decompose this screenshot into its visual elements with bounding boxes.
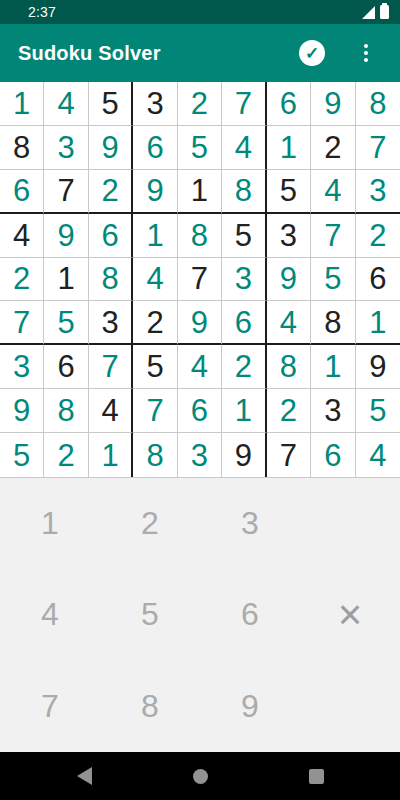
status-bar: 2:37 — [0, 0, 400, 24]
cell-r1c2[interactable]: 4 — [44, 82, 88, 126]
key-2[interactable]: 2 — [100, 478, 200, 569]
cell-r1c6[interactable]: 7 — [222, 82, 266, 126]
cell-r9c2[interactable]: 2 — [44, 433, 88, 477]
sudoku-board: 1453276988396541276729185434961853722184… — [0, 82, 400, 478]
cell-r1c1[interactable]: 1 — [0, 82, 44, 126]
recents-button[interactable] — [306, 766, 326, 786]
cell-r4c6[interactable]: 5 — [222, 214, 266, 258]
cell-r1c7[interactable]: 6 — [267, 82, 311, 126]
cell-r4c7[interactable]: 3 — [267, 214, 311, 258]
cell-r8c9[interactable]: 5 — [356, 389, 400, 433]
cell-r5c6[interactable]: 3 — [222, 258, 266, 302]
cell-r7c8[interactable]: 1 — [311, 345, 355, 389]
app-bar: Sudoku Solver ✓ — [0, 24, 400, 82]
cell-r1c9[interactable]: 8 — [356, 82, 400, 126]
cell-r6c8[interactable]: 8 — [311, 301, 355, 345]
cell-r7c6[interactable]: 2 — [222, 345, 266, 389]
cell-r4c2[interactable]: 9 — [44, 214, 88, 258]
cell-r3c1[interactable]: 6 — [0, 170, 44, 214]
cell-r3c8[interactable]: 4 — [311, 170, 355, 214]
cell-r3c4[interactable]: 9 — [133, 170, 177, 214]
cell-r9c1[interactable]: 5 — [0, 433, 44, 477]
cell-r2c2[interactable]: 3 — [44, 126, 88, 170]
overflow-menu-button[interactable] — [346, 33, 386, 73]
cell-r6c2[interactable]: 5 — [44, 301, 88, 345]
cell-r9c9[interactable]: 4 — [356, 433, 400, 477]
cell-r6c4[interactable]: 2 — [133, 301, 177, 345]
back-icon — [77, 767, 92, 785]
cell-r8c7[interactable]: 2 — [267, 389, 311, 433]
keypad-spacer — [300, 661, 400, 752]
cell-r8c4[interactable]: 7 — [133, 389, 177, 433]
home-icon — [193, 769, 208, 784]
cell-r5c1[interactable]: 2 — [0, 258, 44, 302]
key-5[interactable]: 5 — [100, 569, 200, 660]
cell-r5c2[interactable]: 1 — [44, 258, 88, 302]
cell-r3c9[interactable]: 3 — [356, 170, 400, 214]
cell-r2c5[interactable]: 5 — [178, 126, 222, 170]
cell-r6c7[interactable]: 4 — [267, 301, 311, 345]
home-button[interactable] — [190, 766, 210, 786]
app-bar-actions: ✓ — [292, 33, 386, 73]
status-icons — [362, 5, 389, 19]
cell-r9c3[interactable]: 1 — [89, 433, 133, 477]
cell-r1c8[interactable]: 9 — [311, 82, 355, 126]
key-9[interactable]: 9 — [200, 661, 300, 752]
cell-r2c8[interactable]: 2 — [311, 126, 355, 170]
key-8[interactable]: 8 — [100, 661, 200, 752]
cell-r9c7[interactable]: 7 — [267, 433, 311, 477]
cell-r9c5[interactable]: 3 — [178, 433, 222, 477]
key-4[interactable]: 4 — [0, 569, 100, 660]
check-circle-icon: ✓ — [299, 40, 325, 66]
cell-r9c4[interactable]: 8 — [133, 433, 177, 477]
cell-r4c5[interactable]: 8 — [178, 214, 222, 258]
key-6[interactable]: 6 — [200, 569, 300, 660]
cell-r4c1[interactable]: 4 — [0, 214, 44, 258]
cell-r8c8[interactable]: 3 — [311, 389, 355, 433]
cell-r7c5[interactable]: 4 — [178, 345, 222, 389]
cell-r8c6[interactable]: 1 — [222, 389, 266, 433]
cell-r1c3[interactable]: 5 — [89, 82, 133, 126]
cell-r5c7[interactable]: 9 — [267, 258, 311, 302]
cell-r2c1[interactable]: 8 — [0, 126, 44, 170]
number-keypad: 123456×789 — [0, 478, 400, 752]
cell-r2c9[interactable]: 7 — [356, 126, 400, 170]
key-clear[interactable]: × — [300, 569, 400, 660]
cell-r5c3[interactable]: 8 — [89, 258, 133, 302]
cell-r7c3[interactable]: 7 — [89, 345, 133, 389]
cell-r3c7[interactable]: 5 — [267, 170, 311, 214]
status-time: 2:37 — [28, 4, 56, 20]
cell-r6c5[interactable]: 9 — [178, 301, 222, 345]
cell-r9c6[interactable]: 9 — [222, 433, 266, 477]
overflow-menu-icon — [364, 44, 368, 62]
keypad-spacer — [300, 478, 400, 569]
cell-r2c7[interactable]: 1 — [267, 126, 311, 170]
recents-icon — [309, 769, 324, 784]
cell-r6c9[interactable]: 1 — [356, 301, 400, 345]
cell-r8c5[interactable]: 6 — [178, 389, 222, 433]
key-7[interactable]: 7 — [0, 661, 100, 752]
cell-r4c3[interactable]: 6 — [89, 214, 133, 258]
cell-r3c3[interactable]: 2 — [89, 170, 133, 214]
cell-r9c8[interactable]: 6 — [311, 433, 355, 477]
cell-r7c7[interactable]: 8 — [267, 345, 311, 389]
cell-r7c4[interactable]: 5 — [133, 345, 177, 389]
cell-r2c3[interactable]: 9 — [89, 126, 133, 170]
app-title: Sudoku Solver — [18, 42, 292, 65]
battery-icon — [380, 5, 389, 19]
cell-r1c5[interactable]: 2 — [178, 82, 222, 126]
cell-r6c6[interactable]: 6 — [222, 301, 266, 345]
cell-r6c3[interactable]: 3 — [89, 301, 133, 345]
signal-icon — [362, 6, 375, 19]
cell-r8c3[interactable]: 4 — [89, 389, 133, 433]
cell-r7c1[interactable]: 3 — [0, 345, 44, 389]
cell-r8c2[interactable]: 8 — [44, 389, 88, 433]
cell-r5c5[interactable]: 7 — [178, 258, 222, 302]
cell-r7c2[interactable]: 6 — [44, 345, 88, 389]
cell-r8c1[interactable]: 9 — [0, 389, 44, 433]
cell-r3c6[interactable]: 8 — [222, 170, 266, 214]
cell-r2c4[interactable]: 6 — [133, 126, 177, 170]
cell-r7c9[interactable]: 9 — [356, 345, 400, 389]
sudoku-solver-app: 2:37 Sudoku Solver ✓ 1453276988396541276… — [0, 0, 400, 800]
cell-r1c4[interactable]: 3 — [133, 82, 177, 126]
cell-r6c1[interactable]: 7 — [0, 301, 44, 345]
cell-r3c5[interactable]: 1 — [178, 170, 222, 214]
cell-r3c2[interactable]: 7 — [44, 170, 88, 214]
navigation-bar — [0, 752, 400, 800]
cell-r2c6[interactable]: 4 — [222, 126, 266, 170]
key-3[interactable]: 3 — [200, 478, 300, 569]
solve-check-button[interactable]: ✓ — [292, 33, 332, 73]
cell-r5c9[interactable]: 6 — [356, 258, 400, 302]
cell-r5c4[interactable]: 4 — [133, 258, 177, 302]
cell-r4c9[interactable]: 2 — [356, 214, 400, 258]
key-1[interactable]: 1 — [0, 478, 100, 569]
cell-r4c4[interactable]: 1 — [133, 214, 177, 258]
cell-r5c8[interactable]: 5 — [311, 258, 355, 302]
cell-r4c8[interactable]: 7 — [311, 214, 355, 258]
back-button[interactable] — [74, 766, 94, 786]
